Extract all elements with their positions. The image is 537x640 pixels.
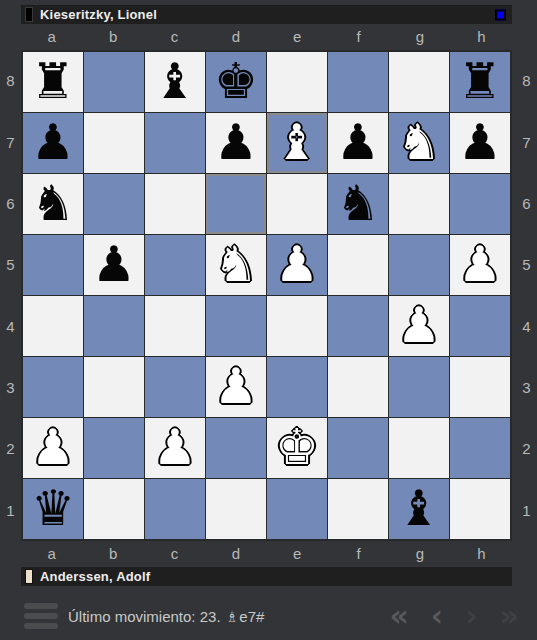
square-h8[interactable]: ♜ [450,52,510,112]
nav-next-button: › [465,601,477,631]
piece-white-knight: ♞ [397,113,441,173]
square-b7[interactable] [84,113,144,173]
file-label-e: e [267,541,328,567]
square-a4[interactable] [23,296,83,356]
nav-previous-button[interactable]: ‹ [431,601,443,631]
blue-status-indicator [495,9,506,20]
square-h5[interactable]: ♟ [450,235,510,295]
piece-white-pawn: ♟ [397,296,441,356]
square-e5[interactable]: ♟ [267,235,327,295]
piece-black-pawn: ♟ [31,113,75,173]
square-d5[interactable]: ♞ [206,235,266,295]
square-h1[interactable] [450,479,510,539]
piece-black-bishop: ♝ [397,479,441,539]
move-navigation: «‹›» [389,601,519,631]
square-f8[interactable] [328,52,388,112]
square-f3[interactable] [328,357,388,417]
piece-white-king: ♚ [275,418,319,478]
bishop-icon: ♗ [225,609,240,625]
square-b4[interactable] [84,296,144,356]
file-label-h: h [451,24,512,50]
square-c8[interactable]: ♝ [145,52,205,112]
piece-white-pawn: ♟ [458,235,502,295]
square-e2[interactable]: ♚ [267,418,327,478]
piece-white-pawn: ♟ [214,357,258,417]
square-a2[interactable]: ♟ [23,418,83,478]
square-a7[interactable]: ♟ [23,113,83,173]
square-e7[interactable]: ♝ [267,113,327,173]
square-e1[interactable] [267,479,327,539]
square-g1[interactable]: ♝ [389,479,449,539]
piece-white-bishop: ♝ [275,113,319,173]
nav-first-button[interactable]: « [389,601,408,631]
last-move-square: e7# [239,608,264,625]
square-c3[interactable] [145,357,205,417]
square-g6[interactable] [389,174,449,234]
square-c2[interactable]: ♟ [145,418,205,478]
rank-label-7: 7 [516,111,537,172]
piece-white-knight: ♞ [214,235,258,295]
hamburger-icon [24,613,58,619]
black-color-indicator [25,7,33,22]
square-b6[interactable] [84,174,144,234]
rank-label-4: 4 [516,296,537,357]
square-a8[interactable]: ♜ [23,52,83,112]
file-labels-bottom: abcdefgh [21,541,512,567]
file-label-f: f [328,24,389,50]
file-label-c: c [144,541,205,567]
top-player-name: Kieseritzky, Lionel [40,7,157,22]
rank-label-2: 2 [0,418,21,479]
square-g7[interactable]: ♞ [389,113,449,173]
piece-black-pawn: ♟ [458,113,502,173]
square-d1[interactable] [206,479,266,539]
square-e8[interactable] [267,52,327,112]
square-f1[interactable] [328,479,388,539]
piece-black-rook: ♜ [31,52,75,112]
square-e6[interactable] [267,174,327,234]
piece-black-pawn: ♟ [214,113,258,173]
square-f5[interactable] [328,235,388,295]
file-label-f: f [328,541,389,567]
square-d3[interactable]: ♟ [206,357,266,417]
file-label-d: d [205,24,266,50]
rank-label-8: 8 [516,50,537,111]
file-label-e: e [267,24,328,50]
piece-white-pawn: ♟ [31,418,75,478]
file-labels-top: abcdefgh [21,24,512,50]
square-a6[interactable]: ♞ [23,174,83,234]
square-d2[interactable] [206,418,266,478]
square-b5[interactable]: ♟ [84,235,144,295]
rank-label-1: 1 [0,480,21,541]
square-f2[interactable] [328,418,388,478]
square-g2[interactable] [389,418,449,478]
rank-label-2: 2 [516,418,537,479]
rank-label-6: 6 [0,173,21,234]
square-b1[interactable] [84,479,144,539]
hamburger-icon [24,623,58,629]
square-f4[interactable] [328,296,388,356]
square-g3[interactable] [389,357,449,417]
white-color-indicator [25,569,33,584]
last-move-prefix: Último movimiento: 23. [68,608,221,625]
square-b3[interactable] [84,357,144,417]
square-h6[interactable] [450,174,510,234]
square-e3[interactable] [267,357,327,417]
file-label-g: g [389,541,450,567]
square-b2[interactable] [84,418,144,478]
piece-black-pawn: ♟ [92,235,136,295]
file-label-g: g [389,24,450,50]
hamburger-icon [24,603,58,609]
board-band: 87654321 ♜♝♚♜♟♟♝♟♞♟♞♞♟♞♟♟♟♟♟♟♚♛♝ 8765432… [0,50,537,541]
square-f6[interactable]: ♞ [328,174,388,234]
rank-label-8: 8 [0,50,21,111]
rank-labels-left: 87654321 [0,50,21,541]
top-player-bar: Kieseritzky, Lionel [21,5,512,24]
file-label-d: d [205,541,266,567]
square-g4[interactable]: ♟ [389,296,449,356]
file-label-b: b [82,541,143,567]
footer-toolbar: Último movimiento: 23. ♗e7# «‹›» [0,590,537,640]
rank-label-5: 5 [516,234,537,295]
square-c5[interactable] [145,235,205,295]
file-label-b: b [82,24,143,50]
piece-black-king: ♚ [214,52,258,112]
square-d6[interactable] [206,174,266,234]
file-label-h: h [451,541,512,567]
piece-white-pawn: ♟ [153,418,197,478]
rank-label-7: 7 [0,111,21,172]
square-g8[interactable] [389,52,449,112]
square-b8[interactable] [84,52,144,112]
piece-black-knight: ♞ [31,174,75,234]
rank-labels-right: 87654321 [516,50,537,541]
square-c7[interactable] [145,113,205,173]
chess-board: ♜♝♚♜♟♟♝♟♞♟♞♞♟♞♟♟♟♟♟♟♚♛♝ [21,50,512,541]
square-c6[interactable] [145,174,205,234]
rank-label-3: 3 [0,357,21,418]
square-c1[interactable] [145,479,205,539]
file-label-a: a [21,541,82,567]
square-h3[interactable] [450,357,510,417]
file-label-c: c [144,24,205,50]
rank-label-5: 5 [0,234,21,295]
square-e4[interactable] [267,296,327,356]
square-a1[interactable]: ♛ [23,479,83,539]
piece-black-pawn: ♟ [336,113,380,173]
square-h4[interactable] [450,296,510,356]
square-d4[interactable] [206,296,266,356]
rank-label-6: 6 [516,173,537,234]
piece-black-knight: ♞ [336,174,380,234]
square-h2[interactable] [450,418,510,478]
square-c4[interactable] [145,296,205,356]
piece-black-queen: ♛ [31,479,75,539]
bottom-player-name: Anderssen, Adolf [40,569,150,584]
rank-label-4: 4 [0,296,21,357]
square-a5[interactable] [23,235,83,295]
rank-label-3: 3 [516,357,537,418]
square-a3[interactable] [23,357,83,417]
piece-black-rook: ♜ [458,52,502,112]
piece-black-bishop: ♝ [153,52,197,112]
square-h7[interactable]: ♟ [450,113,510,173]
chess-app: Kieseritzky, Lionel abcdefgh 87654321 ♜♝… [0,0,537,640]
piece-white-pawn: ♟ [275,235,319,295]
nav-last-button: » [500,601,519,631]
square-g5[interactable] [389,235,449,295]
rank-label-1: 1 [516,480,537,541]
bottom-player-bar: Anderssen, Adolf [21,567,512,586]
square-f7[interactable]: ♟ [328,113,388,173]
file-label-a: a [21,24,82,50]
menu-button[interactable] [24,601,58,631]
last-move-text: Último movimiento: 23. ♗e7# [68,608,264,625]
square-d7[interactable]: ♟ [206,113,266,173]
square-d8[interactable]: ♚ [206,52,266,112]
